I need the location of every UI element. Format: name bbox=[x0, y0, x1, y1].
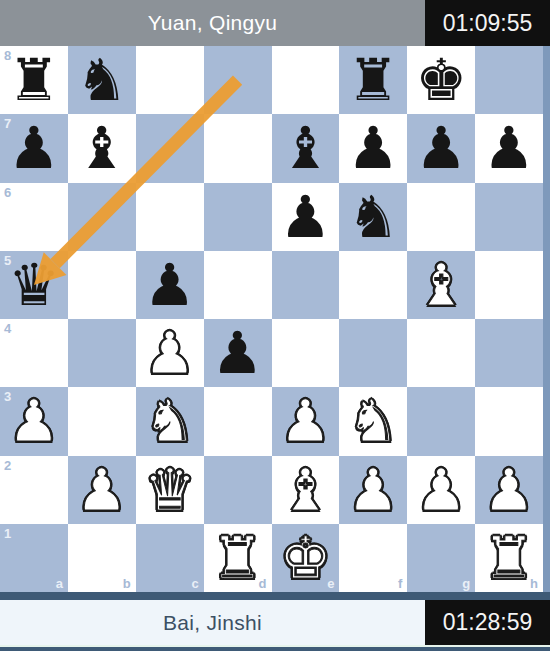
black-rook: ♜ bbox=[347, 51, 399, 109]
square-g7[interactable]: ♟ bbox=[407, 114, 475, 182]
square-b8[interactable]: ♞ bbox=[68, 46, 136, 114]
square-e5[interactable] bbox=[272, 251, 340, 319]
square-e1[interactable]: e♚ bbox=[272, 524, 340, 592]
white-bishop: ♝ bbox=[415, 256, 467, 314]
square-h3[interactable] bbox=[475, 387, 543, 455]
rank-label-2: 2 bbox=[4, 459, 11, 472]
square-f8[interactable]: ♜ bbox=[339, 46, 407, 114]
black-pawn: ♟ bbox=[483, 119, 535, 177]
top-player-name: Yuan, Qingyu bbox=[0, 0, 425, 46]
black-pawn: ♟ bbox=[279, 188, 331, 246]
square-d2[interactable] bbox=[204, 456, 272, 524]
square-a3[interactable]: 3♟ bbox=[0, 387, 68, 455]
square-f3[interactable]: ♞ bbox=[339, 387, 407, 455]
square-d4[interactable]: ♟ bbox=[204, 319, 272, 387]
square-c3[interactable]: ♞ bbox=[136, 387, 204, 455]
square-b1[interactable]: b bbox=[68, 524, 136, 592]
white-knight: ♞ bbox=[347, 392, 399, 450]
square-h5[interactable] bbox=[475, 251, 543, 319]
square-b4[interactable] bbox=[68, 319, 136, 387]
white-pawn: ♟ bbox=[76, 461, 128, 519]
white-pawn: ♟ bbox=[347, 461, 399, 519]
square-e3[interactable]: ♟ bbox=[272, 387, 340, 455]
square-a6[interactable]: 6 bbox=[0, 183, 68, 251]
bottom-player-clock: 01:28:59 bbox=[425, 600, 550, 645]
square-f7[interactable]: ♟ bbox=[339, 114, 407, 182]
board-bottom-edge bbox=[0, 592, 550, 600]
square-h8[interactable] bbox=[475, 46, 543, 114]
square-f2[interactable]: ♟ bbox=[339, 456, 407, 524]
square-a8[interactable]: 8♜ bbox=[0, 46, 68, 114]
square-h1[interactable]: h♜ bbox=[475, 524, 543, 592]
square-e8[interactable] bbox=[272, 46, 340, 114]
square-g1[interactable]: g bbox=[407, 524, 475, 592]
square-d8[interactable] bbox=[204, 46, 272, 114]
black-pawn: ♟ bbox=[212, 324, 264, 382]
square-g8[interactable]: ♚ bbox=[407, 46, 475, 114]
square-d5[interactable] bbox=[204, 251, 272, 319]
square-f5[interactable] bbox=[339, 251, 407, 319]
chess-board[interactable]: 8♜♞♜♚7♟♝♝♟♟♟6♟♞5♛♟♝4♟♟3♟♞♟♞2♟♛♝♟♟♟1abcd♜… bbox=[0, 46, 550, 592]
file-label-b: b bbox=[123, 577, 131, 590]
rank-label-6: 6 bbox=[4, 186, 11, 199]
top-player-bar: Yuan, Qingyu 01:09:55 bbox=[0, 0, 550, 46]
square-h6[interactable] bbox=[475, 183, 543, 251]
black-pawn: ♟ bbox=[8, 119, 60, 177]
square-c2[interactable]: ♛ bbox=[136, 456, 204, 524]
square-c7[interactable] bbox=[136, 114, 204, 182]
rank-label-4: 4 bbox=[4, 322, 11, 335]
black-bishop: ♝ bbox=[76, 119, 128, 177]
square-h7[interactable]: ♟ bbox=[475, 114, 543, 182]
white-queen: ♛ bbox=[144, 461, 196, 519]
white-bishop: ♝ bbox=[279, 461, 331, 519]
square-b5[interactable] bbox=[68, 251, 136, 319]
black-bishop: ♝ bbox=[279, 119, 331, 177]
chess-game-window: Yuan, Qingyu 01:09:55 8♜♞♜♚7♟♝♝♟♟♟6♟♞5♛♟… bbox=[0, 0, 550, 651]
page-bottom-edge bbox=[0, 647, 550, 651]
square-b3[interactable] bbox=[68, 387, 136, 455]
square-b7[interactable]: ♝ bbox=[68, 114, 136, 182]
square-b6[interactable] bbox=[68, 183, 136, 251]
square-d1[interactable]: d♜ bbox=[204, 524, 272, 592]
square-e2[interactable]: ♝ bbox=[272, 456, 340, 524]
white-pawn: ♟ bbox=[483, 461, 535, 519]
white-rook: ♜ bbox=[212, 529, 264, 587]
square-d7[interactable] bbox=[204, 114, 272, 182]
board-squares[interactable]: 8♜♞♜♚7♟♝♝♟♟♟6♟♞5♛♟♝4♟♟3♟♞♟♞2♟♛♝♟♟♟1abcd♜… bbox=[0, 46, 543, 592]
square-g4[interactable] bbox=[407, 319, 475, 387]
square-d6[interactable] bbox=[204, 183, 272, 251]
black-knight: ♞ bbox=[347, 188, 399, 246]
square-a5[interactable]: 5♛ bbox=[0, 251, 68, 319]
square-c4[interactable]: ♟ bbox=[136, 319, 204, 387]
top-player-clock: 01:09:55 bbox=[425, 0, 550, 46]
square-g3[interactable] bbox=[407, 387, 475, 455]
square-f4[interactable] bbox=[339, 319, 407, 387]
rank-label-1: 1 bbox=[4, 527, 11, 540]
square-a7[interactable]: 7♟ bbox=[0, 114, 68, 182]
square-g6[interactable] bbox=[407, 183, 475, 251]
white-king: ♚ bbox=[279, 529, 331, 587]
white-pawn: ♟ bbox=[415, 461, 467, 519]
black-pawn: ♟ bbox=[144, 256, 196, 314]
white-pawn: ♟ bbox=[8, 392, 60, 450]
square-d3[interactable] bbox=[204, 387, 272, 455]
square-c1[interactable]: c bbox=[136, 524, 204, 592]
square-e7[interactable]: ♝ bbox=[272, 114, 340, 182]
bottom-player-name: Bai, Jinshi bbox=[0, 600, 425, 645]
board-right-edge bbox=[543, 46, 550, 592]
square-a2[interactable]: 2 bbox=[0, 456, 68, 524]
square-f6[interactable]: ♞ bbox=[339, 183, 407, 251]
white-rook: ♜ bbox=[483, 529, 535, 587]
black-king: ♚ bbox=[415, 51, 467, 109]
file-label-g: g bbox=[462, 577, 470, 590]
square-g2[interactable]: ♟ bbox=[407, 456, 475, 524]
square-c6[interactable] bbox=[136, 183, 204, 251]
square-c8[interactable] bbox=[136, 46, 204, 114]
square-f1[interactable]: f bbox=[339, 524, 407, 592]
black-knight: ♞ bbox=[76, 51, 128, 109]
bottom-player-bar: Bai, Jinshi 01:28:59 bbox=[0, 600, 550, 645]
square-h2[interactable]: ♟ bbox=[475, 456, 543, 524]
file-label-f: f bbox=[398, 577, 402, 590]
white-pawn: ♟ bbox=[144, 324, 196, 382]
black-queen: ♛ bbox=[8, 256, 60, 314]
square-g5[interactable]: ♝ bbox=[407, 251, 475, 319]
square-e6[interactable]: ♟ bbox=[272, 183, 340, 251]
square-b2[interactable]: ♟ bbox=[68, 456, 136, 524]
black-rook: ♜ bbox=[8, 51, 60, 109]
file-label-c: c bbox=[191, 577, 198, 590]
square-a4[interactable]: 4 bbox=[0, 319, 68, 387]
file-label-a: a bbox=[56, 577, 63, 590]
black-pawn: ♟ bbox=[415, 119, 467, 177]
white-pawn: ♟ bbox=[279, 392, 331, 450]
square-c5[interactable]: ♟ bbox=[136, 251, 204, 319]
square-e4[interactable] bbox=[272, 319, 340, 387]
square-h4[interactable] bbox=[475, 319, 543, 387]
black-pawn: ♟ bbox=[347, 119, 399, 177]
white-knight: ♞ bbox=[144, 392, 196, 450]
square-a1[interactable]: 1a bbox=[0, 524, 68, 592]
